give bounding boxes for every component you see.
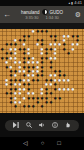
skip-forward-button[interactable] bbox=[12, 122, 19, 129]
stone-black: ● bbox=[31, 95, 34, 99]
back-button[interactable]: ← bbox=[3, 6, 13, 23]
black-player-name: hanuland bbox=[21, 10, 40, 15]
black-player-clock: 3:35:30 bbox=[25, 16, 38, 20]
hand-icon bbox=[65, 122, 71, 128]
stone-black: ● bbox=[40, 73, 43, 77]
settings-button[interactable]: ⚙ bbox=[71, 11, 81, 19]
android-nav-bar: ◁ ○ □ bbox=[0, 137, 84, 150]
stone-black: ● bbox=[27, 33, 30, 37]
stone-white: ● bbox=[67, 33, 70, 37]
stone-white: ● bbox=[31, 29, 34, 33]
stone-white: ● bbox=[49, 82, 52, 86]
stone-black: ● bbox=[31, 104, 34, 108]
go-board[interactable]: ●●●●●●●●●●●●●●●●●●●●●●●●●●●●●●●●●●●●●●●●… bbox=[0, 29, 84, 113]
gear-icon: ⚙ bbox=[75, 11, 81, 18]
info-icon bbox=[52, 122, 58, 128]
stone-white: ● bbox=[9, 56, 12, 60]
stone-black: ● bbox=[5, 64, 8, 68]
stone-white: ● bbox=[58, 42, 61, 46]
stone-black: ● bbox=[27, 104, 30, 108]
stone-white: ● bbox=[58, 86, 61, 90]
stone-black: ● bbox=[9, 100, 12, 104]
stone-black: ● bbox=[49, 47, 52, 51]
stone-black: ● bbox=[54, 95, 57, 99]
stone-white: ● bbox=[23, 95, 26, 99]
stone-black: ● bbox=[49, 100, 52, 104]
skip-forward-icon bbox=[13, 122, 19, 128]
nav-back-icon[interactable]: ◁ bbox=[23, 137, 28, 150]
stone-black: ● bbox=[36, 100, 39, 104]
stone-white: ● bbox=[18, 69, 21, 73]
board-cell[interactable] bbox=[80, 109, 84, 113]
stone-white: ● bbox=[14, 60, 17, 64]
stone-black: ● bbox=[54, 86, 57, 90]
stone-black: ● bbox=[49, 91, 52, 95]
stone-black: ● bbox=[36, 78, 39, 82]
stone-white: ● bbox=[36, 42, 39, 46]
battery-icon: ▮ bbox=[71, 0, 73, 6]
stone-black: ● bbox=[40, 95, 43, 99]
stone-black: ● bbox=[40, 104, 43, 108]
stone-white: ● bbox=[18, 100, 21, 104]
stone-black: ● bbox=[49, 33, 52, 37]
search-icon bbox=[26, 122, 32, 128]
stone-white: ● bbox=[71, 47, 74, 51]
tool-area bbox=[0, 113, 84, 137]
stone-black: ● bbox=[23, 104, 26, 108]
stone-white: ● bbox=[67, 86, 70, 90]
stone-black: ● bbox=[18, 38, 21, 42]
stone-black: ● bbox=[58, 95, 61, 99]
stone-black: ● bbox=[45, 100, 48, 104]
white-player-clock: 1:34:30 bbox=[46, 16, 59, 20]
stone-black: ● bbox=[45, 56, 48, 60]
stone-white: ● bbox=[58, 78, 61, 82]
stone-black: ● bbox=[45, 29, 48, 33]
stone-black: ● bbox=[49, 64, 52, 68]
status-clock: 4:41 bbox=[74, 0, 82, 6]
nav-home-icon[interactable]: ○ bbox=[41, 137, 45, 150]
stone-white: ● bbox=[23, 86, 26, 90]
stone-white: ● bbox=[71, 86, 74, 90]
stone-black: ● bbox=[71, 33, 74, 37]
speaker-icon bbox=[39, 122, 45, 128]
back-arrow-icon: ← bbox=[3, 10, 11, 19]
white-player-name: GUDO bbox=[50, 10, 64, 15]
stone-black: ● bbox=[5, 91, 8, 95]
stone-black: ● bbox=[1, 56, 4, 60]
player-clocks: 3:35:30 1:34:30 bbox=[25, 16, 59, 20]
stone-white: ● bbox=[5, 82, 8, 86]
stone-black: ● bbox=[1, 47, 4, 51]
action-bar: ← hanuland GUDO 3:35:30 1:34:30 ⚙ bbox=[0, 6, 84, 23]
stone-black: ● bbox=[36, 29, 39, 33]
stone-white: ● bbox=[18, 91, 21, 95]
stone-black: ● bbox=[27, 95, 30, 99]
game-toolbar bbox=[5, 120, 79, 131]
stone-white: ● bbox=[62, 78, 65, 82]
stone-black: ● bbox=[67, 51, 70, 55]
stone-white: ● bbox=[67, 78, 70, 82]
signal-icon: ▴ bbox=[69, 0, 71, 6]
stone-black: ● bbox=[40, 29, 43, 33]
pass-button[interactable] bbox=[65, 122, 72, 129]
sound-button[interactable] bbox=[38, 122, 45, 129]
zoom-button[interactable] bbox=[25, 122, 32, 129]
stone-black: ● bbox=[5, 42, 8, 46]
nav-recents-icon[interactable]: □ bbox=[57, 137, 61, 150]
stone-white: ● bbox=[76, 42, 79, 46]
stone-white: ● bbox=[54, 56, 57, 60]
stone-black: ● bbox=[18, 47, 21, 51]
stone-white: ● bbox=[62, 86, 65, 90]
stone-black: ● bbox=[14, 104, 17, 108]
game-title-block: hanuland GUDO 3:35:30 1:34:30 bbox=[13, 9, 71, 20]
info-button[interactable] bbox=[52, 122, 59, 129]
stone-black: ● bbox=[31, 78, 34, 82]
stone-black: ● bbox=[62, 47, 65, 51]
app-screen: ▴ ▮ 4:41 ← hanuland GUDO 3:35:30 1:34:30… bbox=[0, 0, 84, 150]
